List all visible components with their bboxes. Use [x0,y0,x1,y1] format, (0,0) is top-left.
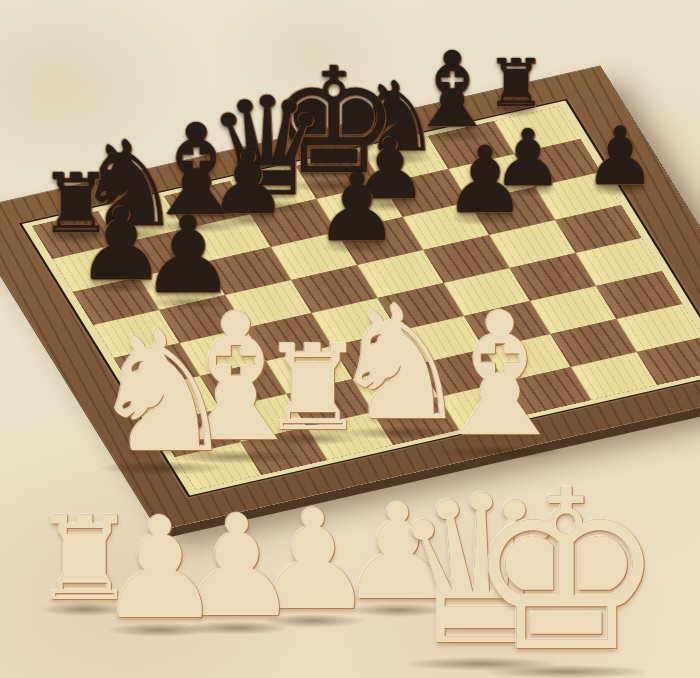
piece-dark-pawn-e6[interactable]: ♟ [315,163,399,252]
pieces-layer: ♜♝♞♚♟♟♛♟♟♟♝♞♜♟♟♟♞♜♝♝♞♜♟♟♟♟♛♚ [0,0,700,678]
piece-light-bishop-e1[interactable]: ♝ [424,295,576,457]
chess-product-photo: ♜♝♞♚♟♟♛♟♟♟♝♞♜♟♟♟♞♜♝♝♞♜♟♟♟♟♛♚ [0,0,700,678]
piece-light-king-off-board[interactable]: ♚ [466,466,665,677]
piece-dark-pawn-frame-h6[interactable]: ♟ [584,119,656,195]
piece-dark-pawn-g7[interactable]: ♟ [444,137,526,224]
piece-light-pawn-off-board[interactable]: ♟ [97,502,223,635]
piece-light-knight-a1[interactable]: ♞ [88,313,239,473]
